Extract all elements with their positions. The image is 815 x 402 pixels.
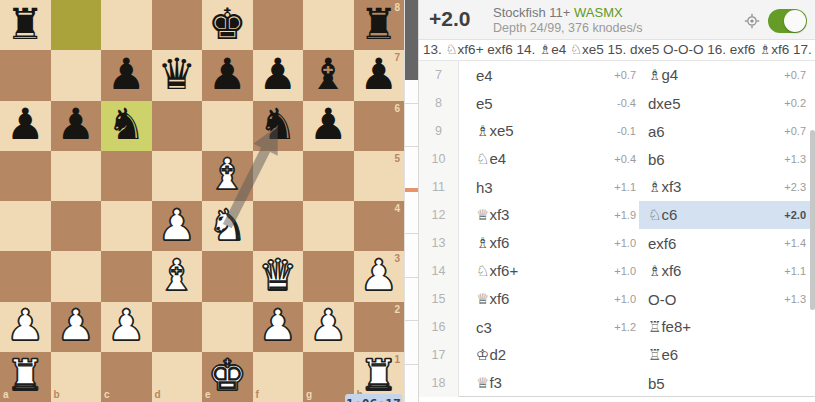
move-eval: +1.1 bbox=[614, 181, 636, 193]
square-d3[interactable]: ♝ bbox=[152, 251, 203, 301]
move-list: 7e4+0.7♗g4+0.78e5-0.4dxe5+0.29♗xe5-0.1a6… bbox=[419, 61, 815, 397]
gauge-tick bbox=[405, 146, 418, 147]
piece-white-pawn[interactable]: ♟ bbox=[157, 204, 196, 247]
move-san: b5 bbox=[648, 375, 806, 392]
move-row-8: 8e5-0.4dxe5+0.2 bbox=[419, 89, 815, 117]
square-a5[interactable] bbox=[0, 151, 51, 201]
eval-gauge-black-portion bbox=[405, 0, 418, 80]
piece-black-pawn[interactable]: ♟ bbox=[208, 53, 247, 96]
black-move-cell-16[interactable]: ♖fe8+ bbox=[639, 313, 815, 341]
white-move-cell-18[interactable]: ♕f3 bbox=[459, 369, 639, 397]
move-eval: +2.3 bbox=[784, 181, 806, 193]
piece-white-pawn[interactable]: ♟ bbox=[309, 304, 348, 347]
engine-name-line: Stockfish 11+ WASMX bbox=[493, 5, 642, 21]
square-c5[interactable] bbox=[101, 151, 152, 201]
white-move-cell-14[interactable]: ♘xf6++1.0 bbox=[459, 257, 639, 285]
file-label-d: d bbox=[155, 390, 161, 400]
move-san: ♘e4 bbox=[476, 150, 614, 168]
rank-label-3: 3 bbox=[394, 254, 400, 264]
clock-time: 1:06:17 bbox=[346, 396, 401, 402]
square-c8[interactable] bbox=[101, 0, 152, 50]
square-d2[interactable] bbox=[152, 302, 203, 352]
square-a2[interactable]: ♟ bbox=[0, 302, 51, 352]
piece-black-pawn[interactable]: ♟ bbox=[359, 53, 398, 96]
square-c7[interactable]: ♟ bbox=[101, 50, 152, 100]
file-label-e: e bbox=[205, 390, 211, 400]
square-e1[interactable]: ♚e bbox=[202, 352, 253, 402]
move-number: 11 bbox=[419, 173, 459, 201]
square-f1[interactable]: f bbox=[253, 352, 304, 402]
rank-label-7: 7 bbox=[394, 53, 400, 63]
toggle-knob bbox=[784, 10, 806, 32]
piece-black-bishop[interactable]: ♝ bbox=[309, 53, 348, 96]
move-san: b6 bbox=[648, 151, 784, 168]
piece-black-rook[interactable]: ♜ bbox=[359, 3, 398, 46]
move-san: ♗xf6 bbox=[648, 262, 784, 280]
black-move-cell-11[interactable]: ♗xf3+2.3 bbox=[639, 173, 815, 201]
square-d6[interactable] bbox=[152, 101, 203, 151]
square-g8[interactable] bbox=[303, 0, 354, 50]
square-g2[interactable]: ♟ bbox=[303, 302, 354, 352]
rank-label-8: 8 bbox=[394, 3, 400, 13]
square-g3[interactable] bbox=[303, 251, 354, 301]
square-c3[interactable] bbox=[101, 251, 152, 301]
file-label-g: g bbox=[306, 390, 312, 400]
piece-black-rook[interactable]: ♜ bbox=[6, 3, 45, 46]
move-san: ♕f3 bbox=[476, 374, 636, 392]
move-number: 18 bbox=[419, 369, 459, 397]
move-san: a6 bbox=[648, 123, 784, 140]
move-row-7: 7e4+0.7♗g4+0.7 bbox=[419, 61, 815, 89]
white-move-cell-8[interactable]: e5-0.4 bbox=[459, 89, 639, 117]
move-row-18: 18♕f3b5 bbox=[419, 369, 815, 397]
piece-white-pawn[interactable]: ♟ bbox=[359, 254, 398, 297]
square-h6[interactable]: 6 bbox=[354, 101, 405, 151]
square-c2[interactable]: ♟ bbox=[101, 302, 152, 352]
move-eval: +1.3 bbox=[784, 153, 806, 165]
square-e2[interactable] bbox=[202, 302, 253, 352]
square-e5[interactable]: ♝ bbox=[202, 151, 253, 201]
black-move-cell-18[interactable]: b5 bbox=[639, 369, 815, 397]
move-number: 12 bbox=[419, 201, 459, 229]
move-row-11: 11h3+1.1♗xf3+2.3 bbox=[419, 173, 815, 201]
move-row-17: 17♔d2♖e6 bbox=[419, 341, 815, 369]
square-b6[interactable]: ♟ bbox=[51, 101, 102, 151]
piece-white-pawn[interactable]: ♟ bbox=[107, 304, 146, 347]
square-g4[interactable] bbox=[303, 201, 354, 251]
move-eval: +2.0 bbox=[784, 209, 806, 221]
white-move-cell-15[interactable]: ♕xf6+1.0 bbox=[459, 285, 639, 313]
move-san: c3 bbox=[476, 319, 614, 336]
move-row-12: 12♕xf3+1.9♘c6+2.0 bbox=[419, 201, 815, 229]
move-row-14: 14♘xf6++1.0♗xf6+1.1 bbox=[419, 257, 815, 285]
square-b3[interactable] bbox=[51, 251, 102, 301]
move-san: dxe5 bbox=[648, 95, 784, 112]
move-san: O-O bbox=[648, 291, 784, 308]
clock: 1:06:17 bbox=[345, 394, 402, 402]
file-label-c: c bbox=[104, 390, 110, 400]
engine-variant: WASMX bbox=[574, 5, 623, 20]
move-number: 16 bbox=[419, 313, 459, 341]
gauge-midline-tick bbox=[405, 188, 418, 192]
black-move-cell-12[interactable]: ♘c6+2.0 bbox=[639, 201, 815, 229]
piece-white-king[interactable]: ♚ bbox=[208, 354, 247, 397]
move-eval: -0.4 bbox=[617, 97, 636, 109]
square-a7[interactable] bbox=[0, 50, 51, 100]
scrollbar-thumb[interactable] bbox=[810, 130, 815, 310]
square-f6[interactable]: ♞ bbox=[253, 101, 304, 151]
piece-black-queen[interactable]: ♛ bbox=[157, 53, 196, 96]
move-eval: +1.0 bbox=[614, 293, 636, 305]
square-g5[interactable] bbox=[303, 151, 354, 201]
move-eval: -0.1 bbox=[617, 125, 636, 137]
move-eval: +0.7 bbox=[784, 125, 806, 137]
analysis-app: ♜♚♜8♟♛♟♟♝♟7♟♟♞♞♟6♝5♟♞4♝♛♟3♟♟♟♟♟2♜abcd♚ef… bbox=[0, 0, 815, 402]
move-row-15: 15♕xf6+1.0O-O+1.3 bbox=[419, 285, 815, 313]
square-a8[interactable]: ♜ bbox=[0, 0, 51, 50]
white-move-cell-9[interactable]: ♗xe5-0.1 bbox=[459, 117, 639, 145]
square-e3[interactable] bbox=[202, 251, 253, 301]
move-number: 7 bbox=[419, 61, 459, 89]
square-f8[interactable] bbox=[253, 0, 304, 50]
square-f5[interactable] bbox=[253, 151, 304, 201]
move-san: ♗g4 bbox=[648, 66, 784, 84]
move-eval: +1.2 bbox=[614, 321, 636, 333]
piece-white-queen[interactable]: ♛ bbox=[258, 254, 297, 297]
black-move-cell-15[interactable]: O-O+1.3 bbox=[639, 285, 815, 313]
white-move-cell-11[interactable]: h3+1.1 bbox=[459, 173, 639, 201]
square-b5[interactable] bbox=[51, 151, 102, 201]
square-f7[interactable]: ♟ bbox=[253, 50, 304, 100]
square-d1[interactable]: d bbox=[152, 352, 203, 402]
black-move-cell-13[interactable]: exf6+1.4 bbox=[639, 229, 815, 257]
square-a4[interactable] bbox=[0, 201, 51, 251]
square-c1[interactable]: c bbox=[101, 352, 152, 402]
move-san: e4 bbox=[476, 67, 614, 84]
move-eval: +1.1 bbox=[784, 265, 806, 277]
move-number: 17 bbox=[419, 341, 459, 369]
move-san: h3 bbox=[476, 179, 614, 196]
piece-black-pawn[interactable]: ♟ bbox=[107, 53, 146, 96]
move-number: 10 bbox=[419, 145, 459, 173]
move-san: ♔d2 bbox=[476, 346, 636, 364]
eval-score: +2.0 bbox=[429, 7, 470, 31]
square-h4[interactable]: 4 bbox=[354, 201, 405, 251]
move-number: 15 bbox=[419, 285, 459, 313]
gauge-tick bbox=[405, 364, 418, 365]
white-move-cell-17[interactable]: ♔d2 bbox=[459, 341, 639, 369]
square-d5[interactable] bbox=[152, 151, 203, 201]
piece-black-pawn[interactable]: ♟ bbox=[309, 103, 348, 146]
black-move-cell-10[interactable]: b6+1.3 bbox=[639, 145, 815, 173]
engine-name: Stockfish 11+ bbox=[493, 5, 570, 20]
engine-info: Stockfish 11+ WASMX Depth 24/99, 376 kno… bbox=[493, 5, 642, 36]
rank-label-5: 5 bbox=[394, 154, 400, 164]
move-number: 8 bbox=[419, 89, 459, 117]
move-eval: +1.0 bbox=[614, 237, 636, 249]
piece-white-pawn[interactable]: ♟ bbox=[258, 304, 297, 347]
black-move-cell-8[interactable]: dxe5+0.2 bbox=[639, 89, 815, 117]
rank-label-4: 4 bbox=[394, 204, 400, 214]
square-f2[interactable]: ♟ bbox=[253, 302, 304, 352]
square-e8[interactable]: ♚ bbox=[202, 0, 253, 50]
move-san: exf6 bbox=[648, 235, 784, 252]
rank-label-6: 6 bbox=[394, 104, 400, 114]
move-row-16: 16c3+1.2♖fe8+ bbox=[419, 313, 815, 341]
file-label-b: b bbox=[54, 390, 60, 400]
gauge-tick bbox=[405, 103, 418, 104]
move-san: e5 bbox=[476, 95, 617, 112]
move-row-13: 13♗xf6+1.0exf6+1.4 bbox=[419, 229, 815, 257]
file-label-f: f bbox=[256, 390, 259, 400]
gauge-tick bbox=[405, 233, 418, 234]
square-e6[interactable] bbox=[202, 101, 253, 151]
piece-white-pawn[interactable]: ♟ bbox=[56, 304, 95, 347]
engine-toggle[interactable] bbox=[768, 9, 807, 33]
square-h8[interactable]: ♜8 bbox=[354, 0, 405, 50]
move-number: 9 bbox=[419, 117, 459, 145]
square-e7[interactable]: ♟ bbox=[202, 50, 253, 100]
square-c4[interactable] bbox=[101, 201, 152, 251]
black-move-cell-7[interactable]: ♗g4+0.7 bbox=[639, 61, 815, 89]
engine-header: +2.0 Stockfish 11+ WASMX Depth 24/99, 37… bbox=[419, 0, 815, 40]
move-san: ♖e6 bbox=[648, 346, 806, 364]
eval-gauge bbox=[404, 0, 418, 402]
square-a1[interactable]: ♜a bbox=[0, 352, 51, 402]
square-b1[interactable]: b bbox=[51, 352, 102, 402]
square-a3[interactable] bbox=[0, 251, 51, 301]
file-label-a: a bbox=[3, 390, 9, 400]
white-move-cell-7[interactable]: e4+0.7 bbox=[459, 61, 639, 89]
principal-variation[interactable]: 13. ♘xf6+ exf6 14. ♗e4 ♘xe5 15. dxe5 O-O… bbox=[419, 40, 815, 61]
square-c6[interactable]: ♞ bbox=[101, 101, 152, 151]
piece-white-bishop[interactable]: ♝ bbox=[157, 254, 196, 297]
move-eval: +0.7 bbox=[784, 69, 806, 81]
square-e4[interactable]: ♞ bbox=[202, 201, 253, 251]
move-san: ♕xf6 bbox=[476, 290, 614, 308]
piece-black-knight[interactable]: ♞ bbox=[258, 103, 297, 146]
piece-white-rook[interactable]: ♜ bbox=[359, 354, 398, 397]
square-b8[interactable] bbox=[51, 0, 102, 50]
square-h7[interactable]: ♟7 bbox=[354, 50, 405, 100]
square-d8[interactable] bbox=[152, 0, 203, 50]
square-d4[interactable]: ♟ bbox=[152, 201, 203, 251]
square-a6[interactable]: ♟ bbox=[0, 101, 51, 151]
gauge-tick bbox=[405, 320, 418, 321]
target-icon[interactable] bbox=[744, 13, 760, 29]
square-h2[interactable]: 2 bbox=[354, 302, 405, 352]
move-row-10: 10♘e4+0.4b6+1.3 bbox=[419, 145, 815, 173]
square-g6[interactable]: ♟ bbox=[303, 101, 354, 151]
piece-white-bishop[interactable]: ♝ bbox=[208, 153, 247, 196]
move-eval: +1.3 bbox=[784, 293, 806, 305]
rank-label-1: 1 bbox=[394, 355, 400, 365]
square-h3[interactable]: ♟3 bbox=[354, 251, 405, 301]
black-move-cell-14[interactable]: ♗xf6+1.1 bbox=[639, 257, 815, 285]
square-d7[interactable]: ♛ bbox=[152, 50, 203, 100]
square-h5[interactable]: 5 bbox=[354, 151, 405, 201]
piece-black-pawn[interactable]: ♟ bbox=[56, 103, 95, 146]
move-san: ♕xf3 bbox=[476, 206, 614, 224]
square-b7[interactable] bbox=[51, 50, 102, 100]
piece-black-pawn[interactable]: ♟ bbox=[258, 53, 297, 96]
white-move-cell-12[interactable]: ♕xf3+1.9 bbox=[459, 201, 639, 229]
piece-black-pawn[interactable]: ♟ bbox=[6, 103, 45, 146]
move-eval: +0.7 bbox=[614, 69, 636, 81]
move-san: ♖fe8+ bbox=[648, 318, 806, 336]
white-move-cell-10[interactable]: ♘e4+0.4 bbox=[459, 145, 639, 173]
white-move-cell-13[interactable]: ♗xf6+1.0 bbox=[459, 229, 639, 257]
move-eval: +0.2 bbox=[784, 97, 806, 109]
piece-black-knight[interactable]: ♞ bbox=[107, 103, 146, 146]
piece-black-king[interactable]: ♚ bbox=[208, 3, 247, 46]
move-eval: +1.0 bbox=[614, 265, 636, 277]
move-san: ♘c6 bbox=[648, 206, 784, 224]
square-g7[interactable]: ♝ bbox=[303, 50, 354, 100]
engine-panel: +2.0 Stockfish 11+ WASMX Depth 24/99, 37… bbox=[418, 0, 815, 402]
move-number: 13 bbox=[419, 229, 459, 257]
move-eval: +1.9 bbox=[614, 209, 636, 221]
rank-label-2: 2 bbox=[394, 305, 400, 315]
black-move-cell-9[interactable]: a6+0.7 bbox=[639, 117, 815, 145]
engine-depth: Depth 24/99, 376 knodes/s bbox=[493, 21, 642, 36]
piece-white-knight[interactable]: ♞ bbox=[208, 204, 247, 247]
move-number: 14 bbox=[419, 257, 459, 285]
chess-board[interactable]: ♜♚♜8♟♛♟♟♝♟7♟♟♞♞♟6♝5♟♞4♝♛♟3♟♟♟♟♟2♜abcd♚ef… bbox=[0, 0, 404, 402]
square-f3[interactable]: ♛ bbox=[253, 251, 304, 301]
square-f4[interactable] bbox=[253, 201, 304, 251]
square-b2[interactable]: ♟ bbox=[51, 302, 102, 352]
gauge-tick bbox=[405, 277, 418, 278]
white-move-cell-16[interactable]: c3+1.2 bbox=[459, 313, 639, 341]
move-eval: +0.4 bbox=[614, 153, 636, 165]
move-san: ♗xe5 bbox=[476, 122, 617, 140]
piece-white-rook[interactable]: ♜ bbox=[6, 354, 45, 397]
move-eval: +1.4 bbox=[784, 237, 806, 249]
square-b4[interactable] bbox=[51, 201, 102, 251]
move-san: ♘xf6+ bbox=[476, 262, 614, 280]
piece-white-pawn[interactable]: ♟ bbox=[6, 304, 45, 347]
move-san: ♗xf6 bbox=[476, 234, 614, 252]
move-san: ♗xf3 bbox=[648, 178, 784, 196]
black-move-cell-17[interactable]: ♖e6 bbox=[639, 341, 815, 369]
move-row-9: 9♗xe5-0.1a6+0.7 bbox=[419, 117, 815, 145]
